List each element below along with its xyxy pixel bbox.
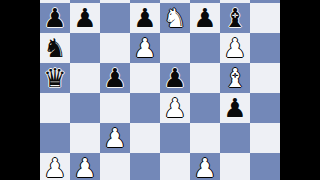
square-c7[interactable] bbox=[100, 3, 130, 33]
letterbox-right bbox=[280, 0, 320, 180]
square-f4[interactable] bbox=[190, 93, 220, 123]
square-f3[interactable] bbox=[190, 123, 220, 153]
piece-white-bishop: ♝ bbox=[220, 63, 250, 93]
piece-black-pawn: ♟ bbox=[70, 3, 100, 33]
piece-black-pawn: ♟ bbox=[190, 3, 220, 33]
square-h6[interactable] bbox=[250, 33, 280, 63]
square-c5[interactable]: ♟ bbox=[100, 63, 130, 93]
square-d3[interactable] bbox=[130, 123, 160, 153]
letterbox-left bbox=[0, 0, 40, 180]
piece-white-pawn: ♟ bbox=[70, 153, 100, 180]
piece-white-knight: ♞ bbox=[160, 3, 190, 33]
square-d6[interactable]: ♟ bbox=[130, 33, 160, 63]
piece-black-bishop: ♝ bbox=[220, 3, 250, 33]
piece-black-queen: ♛ bbox=[40, 63, 70, 93]
square-e3[interactable] bbox=[160, 123, 190, 153]
square-h3[interactable] bbox=[250, 123, 280, 153]
piece-black-pawn: ♟ bbox=[100, 63, 130, 93]
square-d4[interactable] bbox=[130, 93, 160, 123]
square-g3[interactable] bbox=[220, 123, 250, 153]
piece-black-pawn: ♟ bbox=[40, 3, 70, 33]
piece-black-pawn: ♟ bbox=[220, 93, 250, 123]
piece-white-pawn: ♟ bbox=[190, 153, 220, 180]
piece-black-knight: ♞ bbox=[40, 33, 70, 63]
square-c6[interactable] bbox=[100, 33, 130, 63]
square-h7[interactable] bbox=[250, 3, 280, 33]
piece-white-pawn: ♟ bbox=[220, 33, 250, 63]
square-f7[interactable]: ♟ bbox=[190, 3, 220, 33]
square-e5[interactable]: ♟ bbox=[160, 63, 190, 93]
square-f2[interactable]: ♟ bbox=[190, 153, 220, 180]
square-h5[interactable] bbox=[250, 63, 280, 93]
square-f5[interactable] bbox=[190, 63, 220, 93]
square-c4[interactable] bbox=[100, 93, 130, 123]
square-d2[interactable] bbox=[130, 153, 160, 180]
square-g7[interactable]: ♝ bbox=[220, 3, 250, 33]
square-g6[interactable]: ♟ bbox=[220, 33, 250, 63]
square-f6[interactable] bbox=[190, 33, 220, 63]
square-g5[interactable]: ♝ bbox=[220, 63, 250, 93]
video-frame: ♜♝♚♜♟♟♟♞♟♝♞♟♟♛♟♟♝♟♟♟♟♟♟ bbox=[0, 0, 320, 180]
square-a5[interactable]: ♛ bbox=[40, 63, 70, 93]
square-a6[interactable]: ♞ bbox=[40, 33, 70, 63]
square-h2[interactable] bbox=[250, 153, 280, 180]
square-b3[interactable] bbox=[70, 123, 100, 153]
square-a7[interactable]: ♟ bbox=[40, 3, 70, 33]
square-a3[interactable] bbox=[40, 123, 70, 153]
square-b5[interactable] bbox=[70, 63, 100, 93]
square-c2[interactable] bbox=[100, 153, 130, 180]
piece-white-pawn: ♟ bbox=[100, 123, 130, 153]
piece-white-pawn: ♟ bbox=[160, 93, 190, 123]
square-g4[interactable]: ♟ bbox=[220, 93, 250, 123]
square-e6[interactable] bbox=[160, 33, 190, 63]
piece-white-pawn: ♟ bbox=[40, 153, 70, 180]
square-a4[interactable] bbox=[40, 93, 70, 123]
square-g2[interactable] bbox=[220, 153, 250, 180]
square-b2[interactable]: ♟ bbox=[70, 153, 100, 180]
square-d7[interactable]: ♟ bbox=[130, 3, 160, 33]
piece-black-pawn: ♟ bbox=[160, 63, 190, 93]
square-b4[interactable] bbox=[70, 93, 100, 123]
chess-board: ♜♝♚♜♟♟♟♞♟♝♞♟♟♛♟♟♝♟♟♟♟♟♟ bbox=[40, 0, 280, 180]
square-e4[interactable]: ♟ bbox=[160, 93, 190, 123]
square-h4[interactable] bbox=[250, 93, 280, 123]
square-d5[interactable] bbox=[130, 63, 160, 93]
square-e7[interactable]: ♞ bbox=[160, 3, 190, 33]
piece-white-pawn: ♟ bbox=[130, 33, 160, 63]
square-e2[interactable] bbox=[160, 153, 190, 180]
square-b6[interactable] bbox=[70, 33, 100, 63]
square-a2[interactable]: ♟ bbox=[40, 153, 70, 180]
piece-black-pawn: ♟ bbox=[130, 3, 160, 33]
square-c3[interactable]: ♟ bbox=[100, 123, 130, 153]
square-b7[interactable]: ♟ bbox=[70, 3, 100, 33]
